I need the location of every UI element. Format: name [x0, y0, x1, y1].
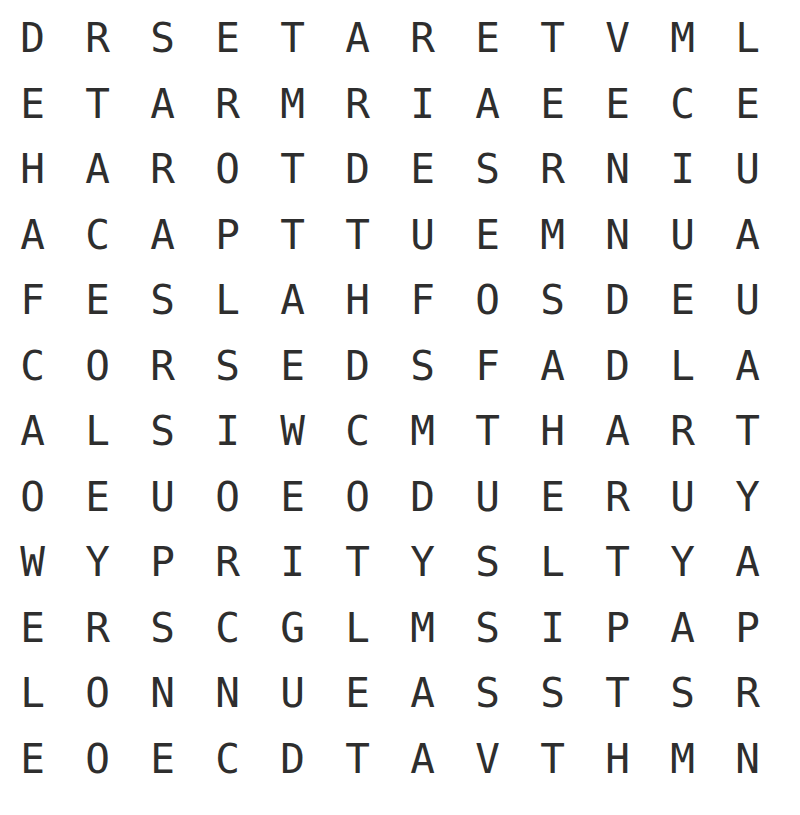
grid-cell-r6c2[interactable]: O [65, 334, 130, 400]
grid-cell-r10c12[interactable]: P [715, 596, 780, 662]
grid-cell-r8c1[interactable]: O [0, 465, 65, 531]
grid-cell-r10c6[interactable]: L [325, 596, 390, 662]
grid-cell-r2c5[interactable]: M [260, 72, 325, 138]
grid-cell-r9c7[interactable]: Y [390, 530, 455, 596]
word-search-page: DRSETARETVMLETARMRIAEECEHAROTDESRNIUACAP… [0, 0, 800, 815]
grid-cell-r1c4[interactable]: E [195, 6, 260, 72]
grid-cell-r2c2[interactable]: T [65, 72, 130, 138]
grid-cell-r6c5[interactable]: E [260, 334, 325, 400]
grid-cell-r2c9[interactable]: E [520, 72, 585, 138]
grid-cell-r5c7[interactable]: F [390, 268, 455, 334]
grid-cell-r12c11[interactable]: M [650, 727, 715, 793]
grid-cell-r5c12[interactable]: U [715, 268, 780, 334]
grid-cell-r5c8[interactable]: O [455, 268, 520, 334]
grid-cell-r7c11[interactable]: R [650, 399, 715, 465]
grid-cell-r9c9[interactable]: L [520, 530, 585, 596]
grid-cell-r6c6[interactable]: D [325, 334, 390, 400]
grid-cell-r4c12[interactable]: A [715, 203, 780, 269]
grid-cell-r2c3[interactable]: A [130, 72, 195, 138]
grid-cell-r7c8[interactable]: T [455, 399, 520, 465]
grid-cell-r4c4[interactable]: P [195, 203, 260, 269]
grid-cell-r5c3[interactable]: S [130, 268, 195, 334]
grid-cell-r8c12[interactable]: Y [715, 465, 780, 531]
grid-cell-r3c12[interactable]: U [715, 137, 780, 203]
grid-cell-r4c9[interactable]: M [520, 203, 585, 269]
grid-cell-r10c9[interactable]: I [520, 596, 585, 662]
grid-cell-r6c3[interactable]: R [130, 334, 195, 400]
grid-cell-r1c3[interactable]: S [130, 6, 195, 72]
grid-cell-r1c5[interactable]: T [260, 6, 325, 72]
grid-cell-r7c6[interactable]: C [325, 399, 390, 465]
grid-cell-r2c10[interactable]: E [585, 72, 650, 138]
grid-cell-r11c12[interactable]: R [715, 661, 780, 727]
grid-cell-r11c4[interactable]: N [195, 661, 260, 727]
grid-cell-r12c1[interactable]: E [0, 727, 65, 793]
grid-cell-r4c1[interactable]: A [0, 203, 65, 269]
grid-cell-r11c6[interactable]: E [325, 661, 390, 727]
grid-cell-r3c3[interactable]: R [130, 137, 195, 203]
grid-cell-r7c2[interactable]: L [65, 399, 130, 465]
grid-cell-r7c5[interactable]: W [260, 399, 325, 465]
grid-cell-r11c10[interactable]: T [585, 661, 650, 727]
grid-cell-r6c12[interactable]: A [715, 334, 780, 400]
grid-cell-r1c12[interactable]: L [715, 6, 780, 72]
grid-cell-r2c4[interactable]: R [195, 72, 260, 138]
grid-cell-r4c6[interactable]: T [325, 203, 390, 269]
grid-cell-r8c7[interactable]: D [390, 465, 455, 531]
grid-cell-r7c9[interactable]: H [520, 399, 585, 465]
grid-cell-r3c2[interactable]: A [65, 137, 130, 203]
grid-cell-r6c11[interactable]: L [650, 334, 715, 400]
grid-cell-r4c11[interactable]: U [650, 203, 715, 269]
grid-cell-r10c5[interactable]: G [260, 596, 325, 662]
grid-cell-r6c1[interactable]: C [0, 334, 65, 400]
grid-cell-r5c9[interactable]: S [520, 268, 585, 334]
grid-cell-r6c4[interactable]: S [195, 334, 260, 400]
grid-cell-r1c9[interactable]: T [520, 6, 585, 72]
grid-cell-r9c1[interactable]: W [0, 530, 65, 596]
grid-cell-r10c10[interactable]: P [585, 596, 650, 662]
grid-cell-r5c2[interactable]: E [65, 268, 130, 334]
grid-cell-r4c7[interactable]: U [390, 203, 455, 269]
grid-cell-r12c7[interactable]: A [390, 727, 455, 793]
grid-cell-r11c1[interactable]: L [0, 661, 65, 727]
grid-cell-r10c2[interactable]: R [65, 596, 130, 662]
grid-cell-r11c3[interactable]: N [130, 661, 195, 727]
grid-cell-r8c11[interactable]: U [650, 465, 715, 531]
grid-cell-r8c10[interactable]: R [585, 465, 650, 531]
grid-cell-r3c7[interactable]: E [390, 137, 455, 203]
grid-cell-r10c11[interactable]: A [650, 596, 715, 662]
grid-cell-r8c3[interactable]: U [130, 465, 195, 531]
grid-cell-r8c6[interactable]: O [325, 465, 390, 531]
grid-cell-r11c5[interactable]: U [260, 661, 325, 727]
grid-cell-r12c6[interactable]: T [325, 727, 390, 793]
grid-cell-r4c3[interactable]: A [130, 203, 195, 269]
grid-cell-r2c12[interactable]: E [715, 72, 780, 138]
grid-cell-r5c4[interactable]: L [195, 268, 260, 334]
grid-cell-r4c8[interactable]: E [455, 203, 520, 269]
grid-cell-r3c11[interactable]: I [650, 137, 715, 203]
grid-cell-r7c4[interactable]: I [195, 399, 260, 465]
grid-cell-r7c7[interactable]: M [390, 399, 455, 465]
grid-cell-r8c9[interactable]: E [520, 465, 585, 531]
grid-cell-r2c1[interactable]: E [0, 72, 65, 138]
grid-cell-r4c2[interactable]: C [65, 203, 130, 269]
grid-cell-r7c10[interactable]: A [585, 399, 650, 465]
grid-cell-r1c10[interactable]: V [585, 6, 650, 72]
grid-cell-r5c10[interactable]: D [585, 268, 650, 334]
grid-cell-r6c7[interactable]: S [390, 334, 455, 400]
grid-cell-r3c8[interactable]: S [455, 137, 520, 203]
grid-cell-r3c4[interactable]: O [195, 137, 260, 203]
word-search-board: DRSETARETVMLETARMRIAEECEHAROTDESRNIUACAP… [0, 0, 780, 792]
grid-cell-r5c1[interactable]: F [0, 268, 65, 334]
grid-cell-r6c9[interactable]: A [520, 334, 585, 400]
grid-cell-r10c7[interactable]: M [390, 596, 455, 662]
grid-cell-r3c6[interactable]: D [325, 137, 390, 203]
grid-cell-r11c9[interactable]: S [520, 661, 585, 727]
grid-cell-r8c5[interactable]: E [260, 465, 325, 531]
grid-cell-r4c5[interactable]: T [260, 203, 325, 269]
grid-cell-r1c2[interactable]: R [65, 6, 130, 72]
grid-cell-r3c10[interactable]: N [585, 137, 650, 203]
grid-cell-r9c4[interactable]: R [195, 530, 260, 596]
grid-cell-r2c7[interactable]: I [390, 72, 455, 138]
grid-cell-r3c5[interactable]: T [260, 137, 325, 203]
grid-cell-r9c2[interactable]: Y [65, 530, 130, 596]
grid-cell-r2c11[interactable]: C [650, 72, 715, 138]
grid-cell-r9c10[interactable]: T [585, 530, 650, 596]
grid-cell-r12c5[interactable]: D [260, 727, 325, 793]
grid-cell-r3c9[interactable]: R [520, 137, 585, 203]
grid-cell-r9c6[interactable]: T [325, 530, 390, 596]
grid-cell-r4c10[interactable]: N [585, 203, 650, 269]
grid-cell-r2c6[interactable]: R [325, 72, 390, 138]
grid-cell-r10c1[interactable]: E [0, 596, 65, 662]
grid-cell-r9c8[interactable]: S [455, 530, 520, 596]
grid-cell-r5c5[interactable]: A [260, 268, 325, 334]
grid-cell-r12c8[interactable]: V [455, 727, 520, 793]
grid-cell-r11c2[interactable]: O [65, 661, 130, 727]
grid-cell-r8c2[interactable]: E [65, 465, 130, 531]
grid-cell-r6c8[interactable]: F [455, 334, 520, 400]
grid-cell-r12c9[interactable]: T [520, 727, 585, 793]
grid-cell-r12c4[interactable]: C [195, 727, 260, 793]
grid-cell-r9c5[interactable]: I [260, 530, 325, 596]
grid-cell-r1c8[interactable]: E [455, 6, 520, 72]
grid-cell-r6c10[interactable]: D [585, 334, 650, 400]
grid-cell-r1c1[interactable]: D [0, 6, 65, 72]
grid-cell-r2c8[interactable]: A [455, 72, 520, 138]
grid-cell-r9c12[interactable]: A [715, 530, 780, 596]
grid-cell-r12c3[interactable]: E [130, 727, 195, 793]
grid-cell-r11c7[interactable]: A [390, 661, 455, 727]
grid-cell-r7c1[interactable]: A [0, 399, 65, 465]
grid-cell-r10c3[interactable]: S [130, 596, 195, 662]
grid-cell-r12c10[interactable]: H [585, 727, 650, 793]
grid-cell-r1c11[interactable]: M [650, 6, 715, 72]
grid-cell-r11c8[interactable]: S [455, 661, 520, 727]
grid-cell-r9c3[interactable]: P [130, 530, 195, 596]
grid-cell-r12c12[interactable]: N [715, 727, 780, 793]
grid-cell-r5c6[interactable]: H [325, 268, 390, 334]
grid-cell-r7c3[interactable]: S [130, 399, 195, 465]
grid-cell-r8c4[interactable]: O [195, 465, 260, 531]
grid-cell-r1c7[interactable]: R [390, 6, 455, 72]
grid-cell-r11c11[interactable]: S [650, 661, 715, 727]
grid-cell-r1c6[interactable]: A [325, 6, 390, 72]
grid-cell-r3c1[interactable]: H [0, 137, 65, 203]
grid-cell-r12c2[interactable]: O [65, 727, 130, 793]
grid-cell-r8c8[interactable]: U [455, 465, 520, 531]
grid-cell-r10c4[interactable]: C [195, 596, 260, 662]
grid-cell-r7c12[interactable]: T [715, 399, 780, 465]
grid-cell-r9c11[interactable]: Y [650, 530, 715, 596]
grid-cell-r10c8[interactable]: S [455, 596, 520, 662]
grid-cell-r5c11[interactable]: E [650, 268, 715, 334]
